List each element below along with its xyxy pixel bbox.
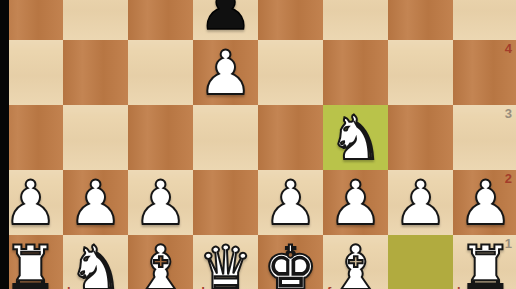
square-e5[interactable]: [258, 0, 323, 40]
white-bishop[interactable]: ♝: [323, 235, 388, 289]
square-g2[interactable]: ♟: [388, 170, 453, 235]
square-b2[interactable]: ♟: [63, 170, 128, 235]
white-pawn[interactable]: ♟: [323, 170, 388, 235]
file-label-e: e: [262, 285, 269, 289]
square-b3[interactable]: [63, 105, 128, 170]
rank-label-1: 1: [505, 237, 512, 250]
white-pawn[interactable]: ♟: [0, 170, 63, 235]
white-pawn[interactable]: ♟: [388, 170, 453, 235]
rank-label-2: 2: [505, 172, 512, 185]
white-pawn[interactable]: ♟: [193, 40, 258, 105]
square-d3[interactable]: [193, 105, 258, 170]
white-pawn[interactable]: ♟: [63, 170, 128, 235]
rank-label-3: 3: [505, 107, 512, 120]
square-d1[interactable]: ♛d: [193, 235, 258, 289]
square-a5[interactable]: [0, 0, 63, 40]
square-h1[interactable]: ♜1h: [453, 235, 516, 289]
square-c5[interactable]: [128, 0, 193, 40]
black-pawn[interactable]: ♟: [193, 0, 258, 40]
letterbox-left: [0, 0, 9, 289]
square-f5[interactable]: [323, 0, 388, 40]
square-d2[interactable]: [193, 170, 258, 235]
square-g4[interactable]: [388, 40, 453, 105]
white-pawn[interactable]: ♟: [258, 170, 323, 235]
square-c3[interactable]: [128, 105, 193, 170]
square-h2[interactable]: ♟2: [453, 170, 516, 235]
rank-label-4: 4: [505, 42, 512, 55]
white-knight[interactable]: ♞: [323, 105, 388, 170]
square-b5[interactable]: [63, 0, 128, 40]
file-label-f: f: [327, 285, 331, 289]
square-c1[interactable]: ♝c: [128, 235, 193, 289]
white-knight[interactable]: ♞: [63, 235, 128, 289]
white-pawn[interactable]: ♟: [128, 170, 193, 235]
square-e3[interactable]: [258, 105, 323, 170]
square-e2[interactable]: ♟: [258, 170, 323, 235]
white-bishop[interactable]: ♝: [128, 235, 193, 289]
square-a2[interactable]: ♟: [0, 170, 63, 235]
file-label-d: d: [197, 285, 205, 289]
square-g5[interactable]: [388, 0, 453, 40]
white-king[interactable]: ♚: [258, 235, 323, 289]
square-h4[interactable]: 4: [453, 40, 516, 105]
square-h3[interactable]: 3: [453, 105, 516, 170]
white-queen[interactable]: ♛: [193, 235, 258, 289]
square-a3[interactable]: [0, 105, 63, 170]
square-a4[interactable]: [0, 40, 63, 105]
square-e1[interactable]: ♚e: [258, 235, 323, 289]
chess-board: ♟♟4♞3♟♟♟♟♟♟♟2♜a♞b♝c♛d♚e♝fg♜1h: [0, 0, 516, 289]
file-label-h: h: [457, 285, 465, 289]
square-c4[interactable]: [128, 40, 193, 105]
square-f3[interactable]: ♞: [323, 105, 388, 170]
square-d5[interactable]: ♟: [193, 0, 258, 40]
square-f4[interactable]: [323, 40, 388, 105]
square-b4[interactable]: [63, 40, 128, 105]
square-f2[interactable]: ♟: [323, 170, 388, 235]
white-rook[interactable]: ♜: [0, 235, 63, 289]
file-label-g: g: [392, 285, 400, 289]
square-a1[interactable]: ♜a: [0, 235, 63, 289]
square-g1[interactable]: g: [388, 235, 453, 289]
file-label-c: c: [132, 285, 139, 289]
file-label-b: b: [67, 285, 75, 289]
square-h5[interactable]: [453, 0, 516, 40]
square-d4[interactable]: ♟: [193, 40, 258, 105]
square-e4[interactable]: [258, 40, 323, 105]
square-b1[interactable]: ♞b: [63, 235, 128, 289]
square-g3[interactable]: [388, 105, 453, 170]
video-frame: ♟♟4♞3♟♟♟♟♟♟♟2♜a♞b♝c♛d♚e♝fg♜1h: [0, 0, 516, 289]
square-c2[interactable]: ♟: [128, 170, 193, 235]
square-f1[interactable]: ♝f: [323, 235, 388, 289]
